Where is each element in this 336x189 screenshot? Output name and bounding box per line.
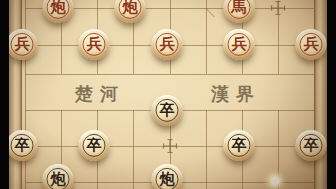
letterbox-left: [0, 0, 9, 189]
piece-red-cannon[interactable]: 炮: [43, 0, 74, 23]
piece-red-cannon[interactable]: 炮: [115, 0, 146, 23]
piece-glyph: 兵: [15, 37, 30, 52]
piece-black-cannon[interactable]: 炮: [43, 164, 74, 189]
xiangqi-game-screen: 楚河 漢界 炮炮馬兵兵兵兵兵卒卒卒卒卒炮炮: [0, 0, 336, 189]
palace-diagonal: [206, 8, 215, 17]
piece-glyph: 卒: [15, 138, 30, 153]
piece-glyph: 兵: [232, 37, 247, 52]
river-label-han-jie: 漢界: [211, 82, 261, 106]
board-right-edge: [314, 0, 327, 189]
last-move-origin-glow: [262, 168, 288, 189]
piece-black-soldier[interactable]: 卒: [79, 130, 110, 161]
piece-glyph: 卒: [232, 138, 247, 153]
piece-glyph: 兵: [87, 37, 102, 52]
piece-black-cannon[interactable]: 炮: [152, 164, 183, 189]
piece-glyph: 卒: [87, 138, 102, 153]
letterbox-right: [327, 0, 336, 189]
piece-glyph: 兵: [160, 37, 175, 52]
river-label-chu-he: 楚河: [75, 82, 125, 106]
point-marker-cross: [162, 138, 178, 154]
piece-red-soldier[interactable]: 兵: [296, 29, 327, 60]
piece-red-soldier[interactable]: 兵: [79, 29, 110, 60]
piece-red-soldier[interactable]: 兵: [224, 29, 255, 60]
piece-glyph: 馬: [232, 0, 247, 15]
piece-glyph: 卒: [304, 138, 319, 153]
piece-glyph: 炮: [51, 0, 66, 15]
piece-black-soldier[interactable]: 卒: [7, 130, 38, 161]
piece-black-soldier[interactable]: 卒: [152, 95, 183, 126]
file-line: [206, 0, 207, 74]
piece-glyph: 炮: [123, 0, 138, 15]
point-marker-cross: [270, 0, 286, 16]
piece-glyph: 卒: [160, 103, 175, 118]
piece-red-soldier[interactable]: 兵: [7, 29, 38, 60]
piece-glyph: 炮: [160, 172, 175, 187]
rank-line: [25, 74, 314, 75]
piece-black-soldier[interactable]: 卒: [224, 130, 255, 161]
piece-red-horse[interactable]: 馬: [224, 0, 255, 23]
file-line: [133, 110, 134, 189]
piece-glyph: 兵: [304, 37, 319, 52]
piece-red-soldier[interactable]: 兵: [152, 29, 183, 60]
file-line: [206, 110, 207, 189]
xiangqi-board[interactable]: 楚河 漢界 炮炮馬兵兵兵兵兵卒卒卒卒卒炮炮: [9, 0, 327, 189]
piece-glyph: 炮: [51, 172, 66, 187]
piece-black-soldier[interactable]: 卒: [296, 130, 327, 161]
